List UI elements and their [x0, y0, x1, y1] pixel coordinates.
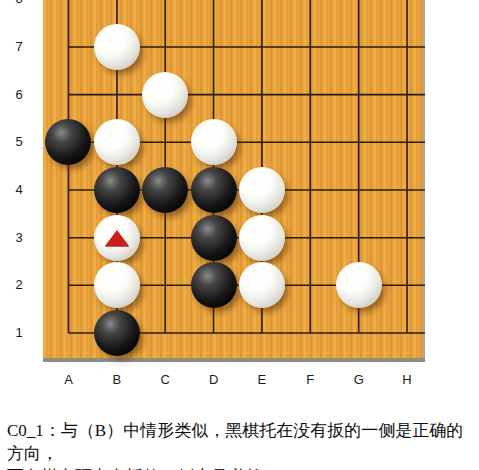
caption-line-1: C0_1：与（B）中情形类似，黑棋托在没有扳的一侧是正确的方向， [7, 419, 475, 465]
column-label-B: B [102, 371, 132, 389]
go-diagram: 12345678 ABCDEFGH C0_1：与（B）中情形类似，黑棋托在没有扳… [0, 0, 479, 470]
intersection-B7 [93, 23, 141, 71]
intersection-A5 [44, 118, 92, 166]
row-label-5: 5 [0, 132, 38, 152]
intersection-E4 [238, 166, 286, 214]
stone-white-C6 [142, 72, 188, 118]
row-label-1: 1 [0, 323, 38, 343]
column-label-H: H [392, 371, 422, 389]
row-label-3: 3 [0, 228, 38, 248]
row-label-6: 6 [0, 85, 38, 105]
intersection-B3 [93, 214, 141, 262]
stone-white-B2 [94, 262, 140, 308]
column-label-E: E [247, 371, 277, 389]
stone-white-E4 [239, 167, 285, 213]
intersection-B5 [93, 118, 141, 166]
intersection-B2 [93, 261, 141, 309]
stone-black-D2 [191, 262, 237, 308]
intersection-G2 [334, 261, 382, 309]
intersection-C4 [141, 166, 189, 214]
row-label-7: 7 [0, 37, 38, 57]
triangle-marker-icon [105, 230, 129, 246]
row-label-4: 4 [0, 180, 38, 200]
row-label-2: 2 [0, 275, 38, 295]
stone-white-D5 [191, 119, 237, 165]
caption-line-2: 而白棋在顶在有扳的一侧也是必然。 [7, 465, 475, 470]
intersection-D2 [189, 261, 237, 309]
stone-white-B7 [94, 24, 140, 70]
stone-black-B1 [94, 310, 140, 356]
intersection-B4 [93, 166, 141, 214]
intersection-D4 [189, 166, 237, 214]
intersection-E3 [238, 214, 286, 262]
column-label-A: A [54, 371, 84, 389]
stones-layer [44, 0, 431, 357]
intersection-E2 [238, 261, 286, 309]
stone-white-B3 [94, 215, 140, 261]
intersection-C6 [141, 71, 189, 119]
stone-black-A5 [45, 119, 91, 165]
column-label-F: F [295, 371, 325, 389]
intersection-D5 [189, 118, 237, 166]
intersection-D3 [189, 214, 237, 262]
stone-black-B4 [94, 167, 140, 213]
stone-black-C4 [142, 167, 188, 213]
row-label-8: 8 [0, 0, 38, 9]
stone-black-D3 [191, 215, 237, 261]
stone-white-E2 [239, 262, 285, 308]
stone-black-D4 [191, 167, 237, 213]
stone-white-G2 [336, 262, 382, 308]
column-label-G: G [344, 371, 374, 389]
column-label-D: D [199, 371, 229, 389]
caption: C0_1：与（B）中情形类似，黑棋托在没有扳的一侧是正确的方向， 而白棋在顶在有… [7, 419, 475, 470]
stone-white-B5 [94, 119, 140, 165]
stone-white-E3 [239, 215, 285, 261]
intersection-B1 [93, 309, 141, 357]
column-label-C: C [150, 371, 180, 389]
